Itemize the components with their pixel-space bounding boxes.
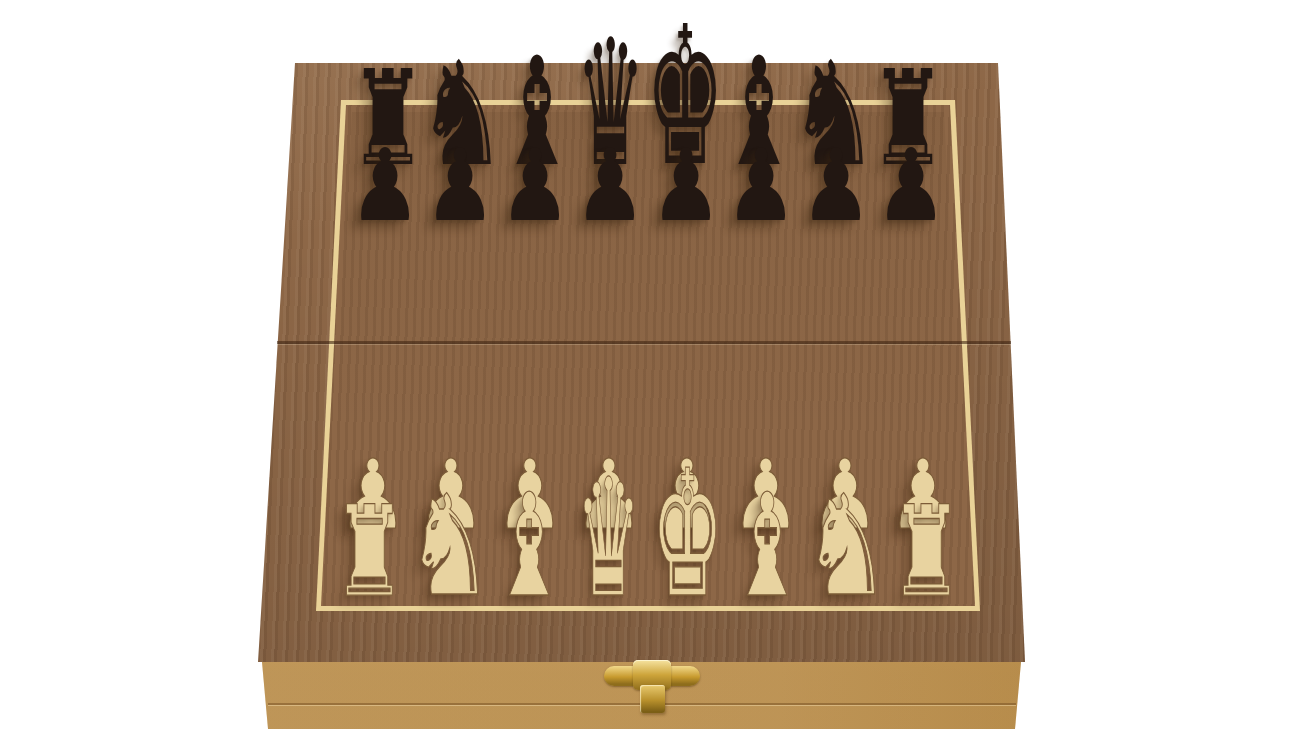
chess-set-photo: ♜♞♝♛♚♝♞♜♟♟♟♟♟♟♟♟♟♟♟♟♟♟♟♟♜♞♝♛♚♝♞♜ bbox=[0, 0, 1300, 731]
brass-clasp bbox=[604, 659, 700, 717]
piece-black-pawn-e7[interactable]: ♟ bbox=[646, 136, 726, 236]
clasp-hasp bbox=[640, 685, 665, 713]
piece-black-pawn-b7[interactable]: ♟ bbox=[420, 136, 500, 236]
piece-black-pawn-d7[interactable]: ♟ bbox=[570, 136, 650, 236]
rank-row-5 bbox=[342, 282, 953, 342]
piece-white-king-e1[interactable]: ♚ bbox=[647, 447, 728, 622]
piece-black-pawn-f7[interactable]: ♟ bbox=[721, 136, 801, 236]
piece-black-pawn-g7[interactable]: ♟ bbox=[796, 136, 876, 236]
piece-black-pawn-a7[interactable]: ♟ bbox=[345, 136, 425, 236]
piece-white-bishop-c1[interactable]: ♝ bbox=[487, 475, 571, 617]
piece-white-knight-g1[interactable]: ♞ bbox=[798, 477, 895, 616]
piece-white-knight-b1[interactable]: ♞ bbox=[401, 477, 498, 616]
fold-seam bbox=[277, 341, 1011, 344]
piece-white-rook-h1[interactable]: ♜ bbox=[885, 489, 966, 614]
piece-black-pawn-h7[interactable]: ♟ bbox=[871, 136, 951, 236]
piece-white-bishop-f1[interactable]: ♝ bbox=[725, 475, 809, 617]
piece-white-queen-d1[interactable]: ♛ bbox=[572, 457, 644, 620]
piece-white-rook-a1[interactable]: ♜ bbox=[329, 489, 410, 614]
piece-black-pawn-c7[interactable]: ♟ bbox=[495, 136, 575, 236]
rank-row-4 bbox=[339, 342, 956, 404]
